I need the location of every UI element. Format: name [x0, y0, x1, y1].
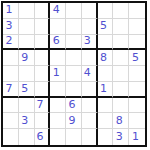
cell-r7c8[interactable] [113, 98, 129, 114]
given-cell-r7c5[interactable]: 6 [66, 98, 82, 114]
cell-r9c7[interactable] [98, 129, 114, 145]
cell-r5c2[interactable] [19, 66, 35, 82]
given-cell-r9c9[interactable]: 1 [129, 129, 145, 145]
cell-r7c9[interactable] [129, 98, 145, 114]
cell-r8c3[interactable] [35, 113, 51, 129]
cell-r6c5[interactable] [66, 82, 82, 98]
cell-r2c6[interactable] [82, 19, 98, 35]
given-cell-r8c5[interactable]: 9 [66, 113, 82, 129]
given-cell-r4c2[interactable]: 9 [19, 50, 35, 66]
cell-r6c8[interactable] [113, 82, 129, 98]
given-cell-r3c6[interactable]: 3 [82, 35, 98, 51]
given-cell-r6c7[interactable]: 1 [98, 82, 114, 98]
cell-r2c9[interactable] [129, 19, 145, 35]
cell-r5c3[interactable] [35, 66, 51, 82]
cell-r7c1[interactable] [3, 98, 19, 114]
cell-r7c4[interactable] [50, 98, 66, 114]
cell-r3c7[interactable] [98, 35, 114, 51]
given-cell-r3c4[interactable]: 6 [50, 35, 66, 51]
given-cell-r7c3[interactable]: 7 [35, 98, 51, 114]
given-cell-r8c8[interactable]: 8 [113, 113, 129, 129]
given-cell-r5c6[interactable]: 4 [82, 66, 98, 82]
cell-r4c3[interactable] [35, 50, 51, 66]
cell-r3c8[interactable] [113, 35, 129, 51]
cell-r2c5[interactable] [66, 19, 82, 35]
cell-r9c1[interactable] [3, 129, 19, 145]
cell-r2c3[interactable] [35, 19, 51, 35]
cell-r1c3[interactable] [35, 3, 51, 19]
cell-r4c8[interactable] [113, 50, 129, 66]
cell-r5c5[interactable] [66, 66, 82, 82]
cell-r6c6[interactable] [82, 82, 98, 98]
cell-r1c9[interactable] [129, 3, 145, 19]
given-cell-r4c9[interactable]: 5 [129, 50, 145, 66]
cell-r2c4[interactable] [50, 19, 66, 35]
cell-r7c7[interactable] [98, 98, 114, 114]
cell-r8c7[interactable] [98, 113, 114, 129]
given-cell-r2c1[interactable]: 3 [3, 19, 19, 35]
given-cell-r9c3[interactable]: 6 [35, 129, 51, 145]
cell-r7c2[interactable] [19, 98, 35, 114]
cell-r5c9[interactable] [129, 66, 145, 82]
given-cell-r6c1[interactable]: 7 [3, 82, 19, 98]
given-cell-r4c7[interactable]: 8 [98, 50, 114, 66]
sudoku-board: 14352639851475176398631 [1, 1, 147, 147]
cell-r3c9[interactable] [129, 35, 145, 51]
cell-r8c6[interactable] [82, 113, 98, 129]
given-cell-r6c2[interactable]: 5 [19, 82, 35, 98]
cell-r5c7[interactable] [98, 66, 114, 82]
given-cell-r2c7[interactable]: 5 [98, 19, 114, 35]
given-cell-r8c2[interactable]: 3 [19, 113, 35, 129]
cell-r4c6[interactable] [82, 50, 98, 66]
cell-r7c6[interactable] [82, 98, 98, 114]
cell-r6c3[interactable] [35, 82, 51, 98]
cell-r5c1[interactable] [3, 66, 19, 82]
given-cell-r3c1[interactable]: 2 [3, 35, 19, 51]
cell-r8c4[interactable] [50, 113, 66, 129]
cell-r4c4[interactable] [50, 50, 66, 66]
cell-r2c8[interactable] [113, 19, 129, 35]
cell-r2c2[interactable] [19, 19, 35, 35]
cell-r4c5[interactable] [66, 50, 82, 66]
cell-r6c4[interactable] [50, 82, 66, 98]
cell-r4c1[interactable] [3, 50, 19, 66]
cell-r3c5[interactable] [66, 35, 82, 51]
cell-r1c8[interactable] [113, 3, 129, 19]
cell-r3c3[interactable] [35, 35, 51, 51]
cell-r9c5[interactable] [66, 129, 82, 145]
cell-r1c6[interactable] [82, 3, 98, 19]
cell-r8c1[interactable] [3, 113, 19, 129]
sudoku-app: 14352639851475176398631 [0, 0, 150, 148]
cell-r9c2[interactable] [19, 129, 35, 145]
given-cell-r5c4[interactable]: 1 [50, 66, 66, 82]
cell-r9c4[interactable] [50, 129, 66, 145]
cell-r8c9[interactable] [129, 113, 145, 129]
cell-r1c5[interactable] [66, 3, 82, 19]
cell-r6c9[interactable] [129, 82, 145, 98]
given-cell-r9c8[interactable]: 3 [113, 129, 129, 145]
given-cell-r1c4[interactable]: 4 [50, 3, 66, 19]
cell-r9c6[interactable] [82, 129, 98, 145]
cell-r1c2[interactable] [19, 3, 35, 19]
cell-r1c7[interactable] [98, 3, 114, 19]
cell-r3c2[interactable] [19, 35, 35, 51]
given-cell-r1c1[interactable]: 1 [3, 3, 19, 19]
cell-r5c8[interactable] [113, 66, 129, 82]
